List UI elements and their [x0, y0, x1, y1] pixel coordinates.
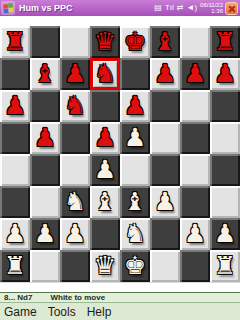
square-f7[interactable]: ♟ [150, 58, 180, 90]
windows-flag-icon [3, 3, 14, 14]
square-c4[interactable] [60, 154, 90, 186]
top-margin [0, 16, 240, 26]
square-e8[interactable]: ♚ [120, 26, 150, 58]
menu-item-game[interactable]: Game [4, 305, 37, 319]
speaker-icon[interactable]: ◄) [186, 4, 197, 12]
square-d1[interactable]: ♛ [90, 250, 120, 282]
square-d8[interactable]: ♛ [90, 26, 120, 58]
square-a8[interactable]: ♜ [0, 26, 30, 58]
last-move-text: 8... Nd7 [4, 293, 32, 302]
square-a7[interactable] [0, 58, 30, 90]
white-pawn-piece: ♟ [64, 219, 86, 249]
white-king-piece: ♚ [124, 251, 146, 281]
square-e7[interactable] [120, 58, 150, 90]
square-g3[interactable] [180, 186, 210, 218]
clock-time: 1:36 [200, 8, 223, 14]
white-pawn-piece: ♟ [94, 155, 116, 185]
square-a3[interactable] [0, 186, 30, 218]
square-g1[interactable] [180, 250, 210, 282]
red-pawn-piece: ♟ [4, 91, 26, 121]
square-a6[interactable]: ♟ [0, 90, 30, 122]
square-b8[interactable] [30, 26, 60, 58]
white-bishop-piece: ♝ [124, 187, 146, 217]
title-bar: Hum vs PPC ▤ Tıl ⇄ ◄) 06/11/22 1:36 [0, 0, 240, 16]
square-g5[interactable] [180, 122, 210, 154]
red-pawn-piece: ♟ [34, 123, 56, 153]
red-bishop-piece: ♝ [154, 27, 176, 57]
square-c8[interactable] [60, 26, 90, 58]
white-pawn-piece: ♟ [34, 219, 56, 249]
square-a2[interactable]: ♟ [0, 218, 30, 250]
square-b1[interactable] [30, 250, 60, 282]
square-e1[interactable]: ♚ [120, 250, 150, 282]
clock: 06/11/22 1:36 [200, 2, 223, 14]
red-pawn-piece: ♟ [124, 91, 146, 121]
red-king-piece: ♚ [124, 27, 146, 57]
pocketpc-screen: Hum vs PPC ▤ Tıl ⇄ ◄) 06/11/22 1:36 ♜♛♚♝… [0, 0, 240, 320]
square-d2[interactable] [90, 218, 120, 250]
square-c1[interactable] [60, 250, 90, 282]
red-bishop-piece: ♝ [34, 59, 56, 89]
white-knight-piece: ♞ [64, 187, 86, 217]
white-rook-piece: ♜ [214, 251, 236, 281]
red-pawn-piece: ♟ [64, 59, 86, 89]
square-d4[interactable]: ♟ [90, 154, 120, 186]
square-e2[interactable]: ♞ [120, 218, 150, 250]
white-knight-piece: ♞ [124, 219, 146, 249]
white-pawn-piece: ♟ [184, 219, 206, 249]
white-pawn-piece: ♟ [4, 219, 26, 249]
red-pawn-piece: ♟ [94, 123, 116, 153]
menu-bar: Game Tools Help [0, 303, 240, 320]
square-e4[interactable] [120, 154, 150, 186]
turn-indicator: White to move [50, 293, 105, 302]
square-g6[interactable] [180, 90, 210, 122]
square-g4[interactable] [180, 154, 210, 186]
white-pawn-piece: ♟ [124, 123, 146, 153]
square-c2[interactable]: ♟ [60, 218, 90, 250]
square-c7[interactable]: ♟ [60, 58, 90, 90]
square-f5[interactable] [150, 122, 180, 154]
square-d5[interactable]: ♟ [90, 122, 120, 154]
square-c6[interactable]: ♞ [60, 90, 90, 122]
red-pawn-piece: ♟ [214, 59, 236, 89]
square-d6[interactable] [90, 90, 120, 122]
square-g2[interactable]: ♟ [180, 218, 210, 250]
start-menu-button[interactable] [1, 1, 15, 15]
square-e3[interactable]: ♝ [120, 186, 150, 218]
red-rook-piece: ♜ [4, 27, 26, 57]
square-f3[interactable]: ♟ [150, 186, 180, 218]
square-h5[interactable] [210, 122, 240, 154]
white-rook-piece: ♜ [4, 251, 26, 281]
square-h7[interactable]: ♟ [210, 58, 240, 90]
square-h6[interactable] [210, 90, 240, 122]
white-queen-piece: ♛ [94, 251, 116, 281]
square-g8[interactable] [180, 26, 210, 58]
square-e6[interactable]: ♟ [120, 90, 150, 122]
square-a1[interactable]: ♜ [0, 250, 30, 282]
red-pawn-piece: ♟ [154, 59, 176, 89]
square-d3[interactable]: ♝ [90, 186, 120, 218]
red-queen-piece: ♛ [94, 27, 116, 57]
square-h3[interactable] [210, 186, 240, 218]
square-c3[interactable]: ♞ [60, 186, 90, 218]
square-b4[interactable] [30, 154, 60, 186]
square-b6[interactable] [30, 90, 60, 122]
white-pawn-piece: ♟ [214, 219, 236, 249]
square-h8[interactable]: ♜ [210, 26, 240, 58]
square-f6[interactable] [150, 90, 180, 122]
white-bishop-piece: ♝ [94, 187, 116, 217]
square-g7[interactable]: ♟ [180, 58, 210, 90]
square-e5[interactable]: ♟ [120, 122, 150, 154]
square-h2[interactable]: ♟ [210, 218, 240, 250]
close-button[interactable] [225, 2, 238, 15]
keyboard-icon[interactable]: ▤ [154, 4, 162, 12]
bottom-margin [0, 282, 240, 292]
square-a4[interactable] [0, 154, 30, 186]
square-h4[interactable] [210, 154, 240, 186]
status-tray: ▤ Tıl ⇄ ◄) [154, 4, 197, 12]
square-f4[interactable] [150, 154, 180, 186]
connectivity-icon[interactable]: ⇄ [177, 4, 184, 12]
red-pawn-piece: ♟ [184, 59, 206, 89]
square-b7[interactable]: ♝ [30, 58, 60, 90]
square-f8[interactable]: ♝ [150, 26, 180, 58]
window-title: Hum vs PPC [19, 3, 154, 13]
square-c5[interactable] [60, 122, 90, 154]
square-h1[interactable]: ♜ [210, 250, 240, 282]
menu-item-tools[interactable]: Tools [48, 305, 76, 319]
square-b3[interactable] [30, 186, 60, 218]
status-bar: 8... Nd7 White to move [0, 292, 240, 303]
signal-icon[interactable]: Tıl [165, 4, 174, 12]
square-d7[interactable]: ♞ [90, 58, 120, 90]
red-rook-piece: ♜ [214, 27, 236, 57]
red-knight-piece: ♞ [64, 91, 86, 121]
chess-board: ♜♛♚♝♜♝♟♞♟♟♟♟♞♟♟♟♟♟♞♝♝♟♟♟♟♞♟♟♜♛♚♜ [0, 26, 240, 282]
square-b2[interactable]: ♟ [30, 218, 60, 250]
square-f1[interactable] [150, 250, 180, 282]
square-f2[interactable] [150, 218, 180, 250]
square-b5[interactable]: ♟ [30, 122, 60, 154]
square-a5[interactable] [0, 122, 30, 154]
white-pawn-piece: ♟ [154, 187, 176, 217]
red-knight-piece: ♞ [94, 59, 116, 89]
menu-item-help[interactable]: Help [87, 305, 112, 319]
